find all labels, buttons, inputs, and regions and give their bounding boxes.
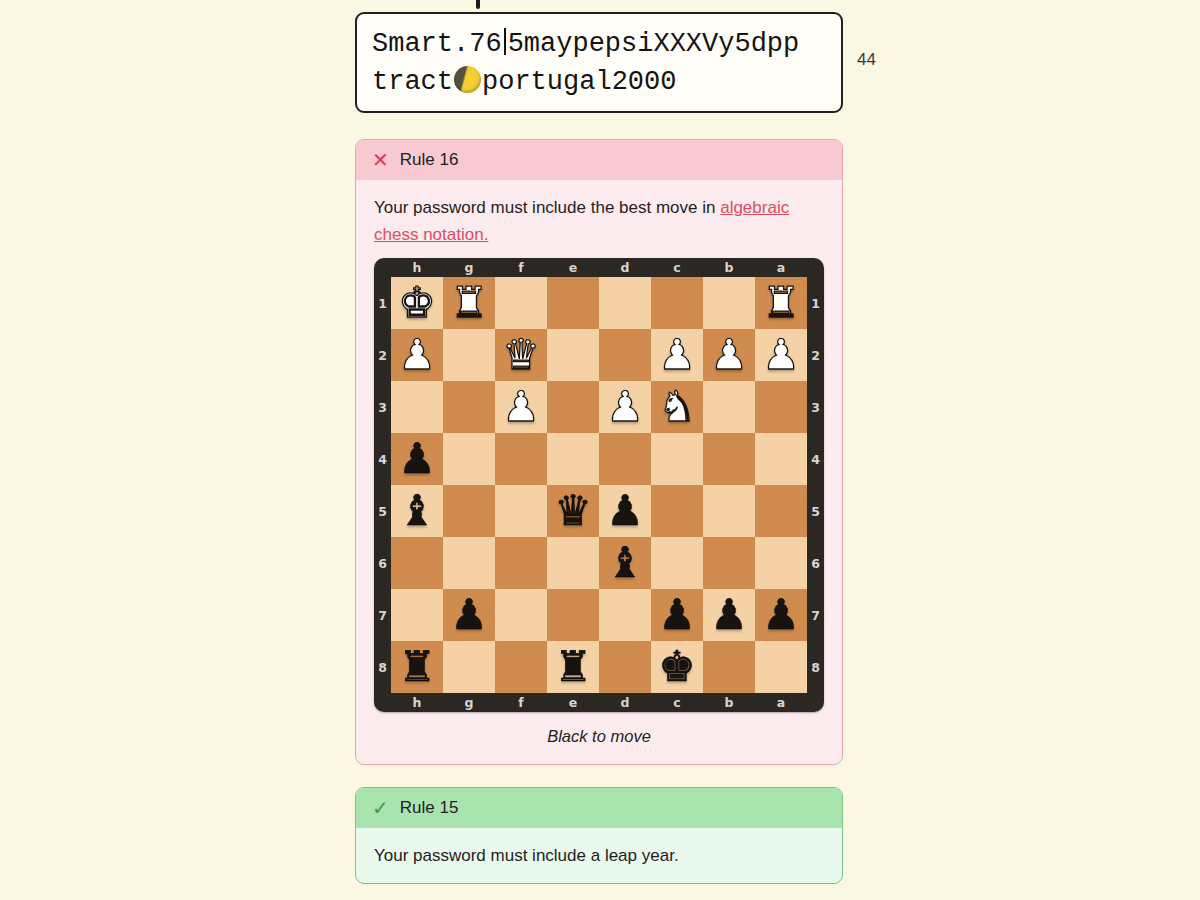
square-g5 [443,485,495,537]
file-label-c-top: c [651,258,703,277]
square-h5: ♝ [391,485,443,537]
file-label-g-top: g [443,258,495,277]
square-a3 [755,381,807,433]
square-g2 [443,329,495,381]
square-d7 [599,589,651,641]
file-label-f-top: f [495,258,547,277]
rule15-body: Your password must include a leap year. [356,828,842,883]
rule16-card: ✕ Rule 16 Your password must include the… [355,139,843,765]
rank-label-6-left: 6 [374,537,391,589]
square-e2 [547,329,599,381]
rank-label-7-left: 7 [374,589,391,641]
rank-label-2-left: 2 [374,329,391,381]
char-count: 44 [857,50,876,70]
square-e1 [547,277,599,329]
file-label-e-bottom: e [547,693,599,712]
black-rook-e8: ♜ [554,641,592,693]
last-quarter-moon-emoji [454,66,481,93]
square-h2: ♟ [391,329,443,381]
board-corner [374,693,391,712]
square-e5: ♛ [547,485,599,537]
square-a7: ♟ [755,589,807,641]
black-pawn-d5: ♟ [606,485,644,537]
file-label-d-bottom: d [599,693,651,712]
rule16-text: Your password must include the best move… [374,194,824,248]
square-g4 [443,433,495,485]
square-c2: ♟ [651,329,703,381]
file-label-c-bottom: c [651,693,703,712]
password-text-segment: Smart.76 [372,29,502,59]
rule16-title: Rule 16 [400,150,459,170]
white-pawn-c2: ♟ [658,329,696,381]
black-bishop-d6: ♝ [606,537,644,589]
password-game-page: Smart.765maypepsiXXXVy5dpp tractportugal… [0,0,1200,900]
square-g3 [443,381,495,433]
black-rook-h8: ♜ [398,641,436,693]
board-corner [374,258,391,277]
square-h1: ♚ [391,277,443,329]
rank-label-4-left: 4 [374,433,391,485]
square-e8: ♜ [547,641,599,693]
rank-label-8-right: 8 [807,641,824,693]
black-pawn-h4: ♟ [398,433,436,485]
black-bishop-h5: ♝ [398,485,436,537]
file-label-g-bottom: g [443,693,495,712]
square-f5 [495,485,547,537]
square-f1 [495,277,547,329]
square-b6 [703,537,755,589]
rank-label-8-left: 8 [374,641,391,693]
black-queen-e5: ♛ [554,485,592,537]
square-f7 [495,589,547,641]
square-c1 [651,277,703,329]
square-c7: ♟ [651,589,703,641]
square-b8 [703,641,755,693]
password-input[interactable]: Smart.765maypepsiXXXVy5dpp tractportugal… [355,12,843,113]
white-pawn-h2: ♟ [398,329,436,381]
square-a4 [755,433,807,485]
rank-label-6-right: 6 [807,537,824,589]
square-b2: ♟ [703,329,755,381]
rule16-header: ✕ Rule 16 [356,140,842,180]
square-h3 [391,381,443,433]
chess-board: hgfedcba1♚♜♜12♟♛♟♟♟23♟♟♞34♟45♝♛♟56♝67♟♟♟… [374,258,824,712]
white-rook-a1: ♜ [762,277,800,329]
rule15-header: ✓ Rule 15 [356,788,842,828]
white-queen-f2: ♛ [502,329,540,381]
rank-label-4-right: 4 [807,433,824,485]
square-f6 [495,537,547,589]
square-h6 [391,537,443,589]
square-d4 [599,433,651,485]
square-h7 [391,589,443,641]
square-d3: ♟ [599,381,651,433]
square-a1: ♜ [755,277,807,329]
file-label-a-top: a [755,258,807,277]
chess-board-wrap: hgfedcba1♚♜♜12♟♛♟♟♟23♟♟♞34♟45♝♛♟56♝67♟♟♟… [374,258,824,712]
file-label-h-bottom: h [391,693,443,712]
square-e4 [547,433,599,485]
square-b7: ♟ [703,589,755,641]
square-g7: ♟ [443,589,495,641]
rule15-card: ✓ Rule 15 Your password must include a l… [355,787,843,884]
rule16-text-plain: Your password must include the best move… [374,198,720,217]
square-f8 [495,641,547,693]
file-label-e-top: e [547,258,599,277]
password-text-segment: portugal2000 [482,67,676,97]
square-h8: ♜ [391,641,443,693]
square-b5 [703,485,755,537]
square-g1: ♜ [443,277,495,329]
square-c8: ♚ [651,641,703,693]
board-corner [807,693,824,712]
square-c6 [651,537,703,589]
file-label-d-top: d [599,258,651,277]
content-column: Smart.765maypepsiXXXVy5dpp tractportugal… [355,12,843,900]
board-corner [807,258,824,277]
square-c4 [651,433,703,485]
square-e7 [547,589,599,641]
rank-label-3-right: 3 [807,381,824,433]
black-pawn-b7: ♟ [710,589,748,641]
password-text-segment: tract [372,67,453,97]
black-pawn-g7: ♟ [450,589,488,641]
rank-label-2-right: 2 [807,329,824,381]
clipped-heading-fragment [476,0,480,9]
file-label-f-bottom: f [495,693,547,712]
password-line-1: Smart.765maypepsiXXXVy5dpp [372,25,827,63]
square-g6 [443,537,495,589]
square-f4 [495,433,547,485]
square-c3: ♞ [651,381,703,433]
square-e6 [547,537,599,589]
black-pawn-c7: ♟ [658,589,696,641]
file-label-b-bottom: b [703,693,755,712]
square-d5: ♟ [599,485,651,537]
file-label-a-bottom: a [755,693,807,712]
square-d8 [599,641,651,693]
rule15-text: Your password must include a leap year. [374,846,679,865]
rank-label-7-right: 7 [807,589,824,641]
white-pawn-a2: ♟ [762,329,800,381]
to-move-caption: Black to move [374,723,824,750]
white-rook-g1: ♜ [450,277,488,329]
square-a8 [755,641,807,693]
black-pawn-a7: ♟ [762,589,800,641]
white-knight-c3: ♞ [658,381,696,433]
rank-label-5-left: 5 [374,485,391,537]
file-label-b-top: b [703,258,755,277]
white-king-h1: ♚ [398,277,436,329]
check-icon: ✓ [372,798,389,818]
text-cursor [504,28,506,55]
square-c5 [651,485,703,537]
square-b3 [703,381,755,433]
square-a5 [755,485,807,537]
white-pawn-d3: ♟ [606,381,644,433]
square-a6 [755,537,807,589]
square-d2 [599,329,651,381]
file-label-h-top: h [391,258,443,277]
square-a2: ♟ [755,329,807,381]
rank-label-5-right: 5 [807,485,824,537]
square-e3 [547,381,599,433]
black-king-c8: ♚ [658,641,696,693]
square-d1 [599,277,651,329]
square-f2: ♛ [495,329,547,381]
rank-label-1-left: 1 [374,277,391,329]
white-pawn-f3: ♟ [502,381,540,433]
square-f3: ♟ [495,381,547,433]
rank-label-3-left: 3 [374,381,391,433]
square-g8 [443,641,495,693]
white-pawn-b2: ♟ [710,329,748,381]
rule16-body: Your password must include the best move… [356,180,842,764]
rule15-title: Rule 15 [400,798,459,818]
square-b4 [703,433,755,485]
password-text-segment: 5maypepsiXXXVy5dpp [508,29,800,59]
square-d6: ♝ [599,537,651,589]
password-line-2: tractportugal2000 [372,63,827,101]
x-icon: ✕ [372,150,389,170]
rank-label-1-right: 1 [807,277,824,329]
square-h4: ♟ [391,433,443,485]
square-b1 [703,277,755,329]
